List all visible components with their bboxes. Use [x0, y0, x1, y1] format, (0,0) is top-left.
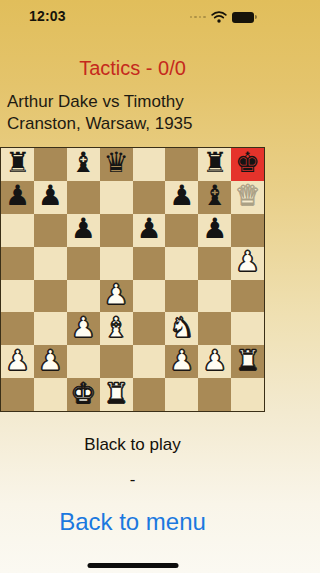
- square-f2[interactable]: ♟: [165, 345, 198, 378]
- square-c4[interactable]: [67, 280, 100, 313]
- square-g1[interactable]: [198, 378, 231, 411]
- turn-indicator: Black to play: [0, 435, 265, 455]
- square-a3[interactable]: [1, 312, 34, 345]
- home-indicator[interactable]: [87, 563, 178, 568]
- square-h3[interactable]: [231, 312, 264, 345]
- square-b6[interactable]: [34, 214, 67, 247]
- page-title: Tactics - 0/0: [0, 57, 265, 80]
- game-players-label: Arthur Dake vs Timothy Cranston, Warsaw,…: [0, 91, 265, 134]
- square-a7[interactable]: ♟: [1, 181, 34, 214]
- piece-black-rook: ♜: [202, 149, 227, 177]
- square-f6[interactable]: [165, 214, 198, 247]
- square-g4[interactable]: [198, 280, 231, 313]
- piece-white-pawn: ♟: [38, 347, 63, 375]
- wifi-icon: [211, 11, 227, 23]
- square-f3[interactable]: ♞: [165, 312, 198, 345]
- status-bar: 12:03: [0, 0, 265, 30]
- square-h1[interactable]: [231, 378, 264, 411]
- piece-black-bishop: ♝: [202, 182, 227, 210]
- square-c8[interactable]: ♝: [67, 148, 100, 181]
- square-a1[interactable]: [1, 378, 34, 411]
- square-b3[interactable]: [34, 312, 67, 345]
- square-g8[interactable]: ♜: [198, 148, 231, 181]
- piece-white-pawn: ♟: [169, 347, 194, 375]
- square-f1[interactable]: [165, 378, 198, 411]
- piece-white-pawn: ♟: [5, 347, 30, 375]
- square-e4[interactable]: [133, 280, 166, 313]
- square-h4[interactable]: [231, 280, 264, 313]
- square-f7[interactable]: ♟: [165, 181, 198, 214]
- square-d6[interactable]: [100, 214, 133, 247]
- square-h8[interactable]: ♚: [231, 148, 264, 181]
- square-b7[interactable]: ♟: [34, 181, 67, 214]
- piece-white-queen: ♛: [235, 182, 260, 210]
- piece-black-pawn: ♟: [202, 215, 227, 243]
- square-h5[interactable]: ♟: [231, 247, 264, 280]
- square-b5[interactable]: [34, 247, 67, 280]
- piece-white-pawn: ♟: [71, 314, 96, 342]
- piece-black-rook: ♜: [5, 149, 30, 177]
- piece-black-pawn: ♟: [38, 182, 63, 210]
- square-d5[interactable]: [100, 247, 133, 280]
- square-d8[interactable]: ♛: [100, 148, 133, 181]
- square-e6[interactable]: ♟: [133, 214, 166, 247]
- battery-icon: [232, 12, 254, 23]
- square-h7[interactable]: ♛: [231, 181, 264, 214]
- clock-time: 12:03: [29, 8, 66, 24]
- square-e3[interactable]: [133, 312, 166, 345]
- square-e5[interactable]: [133, 247, 166, 280]
- square-a2[interactable]: ♟: [1, 345, 34, 378]
- square-a5[interactable]: [1, 247, 34, 280]
- square-g6[interactable]: ♟: [198, 214, 231, 247]
- square-g7[interactable]: ♝: [198, 181, 231, 214]
- square-c6[interactable]: ♟: [67, 214, 100, 247]
- square-g2[interactable]: ♟: [198, 345, 231, 378]
- square-b2[interactable]: ♟: [34, 345, 67, 378]
- move-placeholder: -: [0, 470, 265, 490]
- square-d7[interactable]: [100, 181, 133, 214]
- square-e7[interactable]: [133, 181, 166, 214]
- square-a4[interactable]: [1, 280, 34, 313]
- piece-white-pawn: ♟: [104, 281, 129, 309]
- piece-white-king: ♚: [71, 380, 96, 408]
- back-to-menu-button[interactable]: Back to menu: [53, 507, 212, 537]
- piece-black-pawn: ♟: [136, 215, 161, 243]
- square-a6[interactable]: [1, 214, 34, 247]
- square-e2[interactable]: [133, 345, 166, 378]
- chess-board[interactable]: ♜♝♛♜♚♟♟♟♝♛♟♟♟♟♟♟♝♞♟♟♟♟♜♚♜: [0, 147, 265, 412]
- square-d4[interactable]: ♟: [100, 280, 133, 313]
- piece-white-pawn: ♟: [235, 248, 260, 276]
- piece-black-pawn: ♟: [169, 182, 194, 210]
- square-c5[interactable]: [67, 247, 100, 280]
- square-a8[interactable]: ♜: [1, 148, 34, 181]
- square-g3[interactable]: [198, 312, 231, 345]
- square-h2[interactable]: ♜: [231, 345, 264, 378]
- square-g5[interactable]: [198, 247, 231, 280]
- piece-white-pawn: ♟: [202, 347, 227, 375]
- square-e1[interactable]: [133, 378, 166, 411]
- piece-white-rook: ♜: [104, 380, 129, 408]
- square-d1[interactable]: ♜: [100, 378, 133, 411]
- piece-black-pawn: ♟: [71, 215, 96, 243]
- square-f8[interactable]: [165, 148, 198, 181]
- square-d3[interactable]: ♝: [100, 312, 133, 345]
- square-h6[interactable]: [231, 214, 264, 247]
- square-c1[interactable]: ♚: [67, 378, 100, 411]
- square-d2[interactable]: [100, 345, 133, 378]
- piece-black-bishop: ♝: [71, 149, 96, 177]
- piece-black-pawn: ♟: [5, 182, 30, 210]
- piece-white-rook: ♜: [235, 347, 260, 375]
- piece-white-bishop: ♝: [104, 314, 129, 342]
- square-f4[interactable]: [165, 280, 198, 313]
- square-b4[interactable]: [34, 280, 67, 313]
- cellular-signal-icon: [190, 16, 206, 19]
- square-b8[interactable]: [34, 148, 67, 181]
- square-e8[interactable]: [133, 148, 166, 181]
- square-b1[interactable]: [34, 378, 67, 411]
- square-c7[interactable]: [67, 181, 100, 214]
- square-c3[interactable]: ♟: [67, 312, 100, 345]
- piece-black-king: ♚: [235, 149, 260, 177]
- piece-black-queen: ♛: [104, 149, 129, 177]
- square-c2[interactable]: [67, 345, 100, 378]
- piece-white-knight: ♞: [169, 314, 194, 342]
- square-f5[interactable]: [165, 247, 198, 280]
